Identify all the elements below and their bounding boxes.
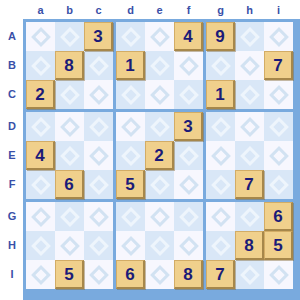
- cell-iG: 6: [264, 202, 293, 231]
- diamond-ornament: [179, 236, 199, 256]
- diamond-ornament: [60, 236, 80, 256]
- diamond-ornament: [150, 85, 170, 105]
- cell-gI: 7: [206, 260, 235, 289]
- diamond-ornament: [89, 146, 109, 166]
- box-7: 5: [26, 202, 113, 289]
- cell-fB[interactable]: [174, 51, 203, 80]
- diamond-ornament: [269, 27, 289, 47]
- cell-bI: 5: [55, 260, 84, 289]
- given-digit-hH: 8: [235, 231, 264, 260]
- box-9: 6857: [206, 202, 293, 289]
- given-digit-iB: 7: [264, 51, 293, 80]
- cell-aB[interactable]: [26, 51, 55, 80]
- row-label-E: E: [1, 141, 23, 170]
- diamond-ornament: [31, 175, 51, 195]
- cell-hB[interactable]: [235, 51, 264, 80]
- cell-dG[interactable]: [116, 202, 145, 231]
- cell-dI: 6: [116, 260, 145, 289]
- diamond-ornament: [211, 56, 231, 76]
- diamond-ornament: [89, 117, 109, 137]
- cell-iF[interactable]: [264, 170, 293, 199]
- given-digit-fI: 8: [174, 260, 203, 289]
- diamond-ornament: [179, 207, 199, 227]
- given-digit-hF: 7: [235, 170, 264, 199]
- cell-eH[interactable]: [145, 231, 174, 260]
- cell-aI[interactable]: [26, 260, 55, 289]
- diamond-ornament: [150, 175, 170, 195]
- box-5: 325: [116, 112, 203, 199]
- diamond-ornament: [150, 265, 170, 285]
- cell-hE[interactable]: [235, 141, 264, 170]
- diamond-ornament: [240, 117, 260, 137]
- cell-gA: 9: [206, 22, 235, 51]
- column-label-g: g: [206, 5, 235, 16]
- column-label-f: f: [174, 5, 203, 16]
- given-digit-eE: 2: [145, 141, 174, 170]
- column-label-d: d: [116, 5, 145, 16]
- cell-cG[interactable]: [84, 202, 113, 231]
- diamond-ornament: [240, 85, 260, 105]
- diamond-ornament: [121, 146, 141, 166]
- cell-iB: 7: [264, 51, 293, 80]
- diamond-ornament: [269, 175, 289, 195]
- label-group: ghi: [206, 5, 293, 16]
- diamond-ornament: [31, 265, 51, 285]
- cell-eF[interactable]: [145, 170, 174, 199]
- given-digit-gA: 9: [206, 22, 235, 51]
- row-label-A: A: [1, 22, 23, 51]
- cell-aE: 4: [26, 141, 55, 170]
- cell-iC[interactable]: [264, 80, 293, 109]
- cell-hA[interactable]: [235, 22, 264, 51]
- cell-dH[interactable]: [116, 231, 145, 260]
- diamond-ornament: [60, 146, 80, 166]
- cell-iH: 5: [264, 231, 293, 260]
- diamond-ornament: [89, 175, 109, 195]
- diamond-ornament: [89, 85, 109, 105]
- row-label-G: G: [1, 202, 23, 231]
- cell-hI[interactable]: [235, 260, 264, 289]
- diamond-ornament: [121, 207, 141, 227]
- sudoku-app: abcdefghi ABCDEFGHI 38241971463257568685…: [0, 0, 300, 300]
- diamond-ornament: [179, 175, 199, 195]
- row-label-D: D: [1, 112, 23, 141]
- cell-aD[interactable]: [26, 112, 55, 141]
- cell-gG[interactable]: [206, 202, 235, 231]
- column-label-h: h: [235, 5, 264, 16]
- cell-eE: 2: [145, 141, 174, 170]
- diamond-ornament: [211, 236, 231, 256]
- given-digit-iG: 6: [264, 202, 293, 231]
- given-digit-bI: 5: [55, 260, 84, 289]
- box-3: 971: [206, 22, 293, 109]
- diamond-ornament: [150, 207, 170, 227]
- cell-gH[interactable]: [206, 231, 235, 260]
- cell-cI[interactable]: [84, 260, 113, 289]
- diamond-ornament: [121, 27, 141, 47]
- cell-fA: 4: [174, 22, 203, 51]
- cell-aG[interactable]: [26, 202, 55, 231]
- cell-fD: 3: [174, 112, 203, 141]
- cell-dF: 5: [116, 170, 145, 199]
- cell-bF: 6: [55, 170, 84, 199]
- given-digit-gC: 1: [206, 80, 235, 109]
- cell-fI: 8: [174, 260, 203, 289]
- cell-cD[interactable]: [84, 112, 113, 141]
- given-digit-dB: 1: [116, 51, 145, 80]
- diamond-ornament: [31, 117, 51, 137]
- cell-gB[interactable]: [206, 51, 235, 80]
- cell-fF[interactable]: [174, 170, 203, 199]
- cell-cE[interactable]: [84, 141, 113, 170]
- diamond-ornament: [179, 85, 199, 105]
- cell-cA: 3: [84, 22, 113, 51]
- given-digit-fA: 4: [174, 22, 203, 51]
- cell-bB: 8: [55, 51, 84, 80]
- row-label-I: I: [1, 260, 23, 289]
- cell-hC[interactable]: [235, 80, 264, 109]
- diamond-ornament: [89, 265, 109, 285]
- cell-eC[interactable]: [145, 80, 174, 109]
- given-digit-gI: 7: [206, 260, 235, 289]
- cell-dC[interactable]: [116, 80, 145, 109]
- cell-aC: 2: [26, 80, 55, 109]
- cell-gE[interactable]: [206, 141, 235, 170]
- diamond-ornament: [150, 236, 170, 256]
- cell-dA[interactable]: [116, 22, 145, 51]
- diamond-ornament: [269, 265, 289, 285]
- diamond-ornament: [60, 85, 80, 105]
- diamond-ornament: [60, 27, 80, 47]
- diamond-ornament: [240, 207, 260, 227]
- diamond-ornament: [89, 56, 109, 76]
- box-4: 46: [26, 112, 113, 199]
- cell-gF[interactable]: [206, 170, 235, 199]
- diamond-ornament: [60, 117, 80, 137]
- cell-bE[interactable]: [55, 141, 84, 170]
- diamond-ornament: [240, 146, 260, 166]
- column-label-i: i: [264, 5, 293, 16]
- cell-cC[interactable]: [84, 80, 113, 109]
- cell-eG[interactable]: [145, 202, 174, 231]
- column-label-a: a: [26, 5, 55, 16]
- cell-cB[interactable]: [84, 51, 113, 80]
- cell-fH[interactable]: [174, 231, 203, 260]
- cell-gC: 1: [206, 80, 235, 109]
- diamond-ornament: [269, 117, 289, 137]
- corner-spacer: [1, 1, 23, 19]
- cell-aF[interactable]: [26, 170, 55, 199]
- cell-dB: 1: [116, 51, 145, 80]
- diamond-ornament: [211, 117, 231, 137]
- diamond-ornament: [211, 146, 231, 166]
- row-label-B: B: [1, 51, 23, 80]
- row-label-C: C: [1, 80, 23, 109]
- cell-fG[interactable]: [174, 202, 203, 231]
- label-group: GHI: [1, 202, 23, 289]
- label-group: abc: [26, 5, 113, 16]
- given-digit-dI: 6: [116, 260, 145, 289]
- column-labels: abcdefghi: [23, 1, 300, 19]
- diamond-ornament: [240, 265, 260, 285]
- cell-aA[interactable]: [26, 22, 55, 51]
- box-8: 68: [116, 202, 203, 289]
- cell-bD[interactable]: [55, 112, 84, 141]
- row-labels: ABCDEFGHI: [1, 19, 23, 300]
- cell-cF[interactable]: [84, 170, 113, 199]
- cell-eB[interactable]: [145, 51, 174, 80]
- row-label-F: F: [1, 170, 23, 199]
- row-label-H: H: [1, 231, 23, 260]
- cell-aH[interactable]: [26, 231, 55, 260]
- given-digit-iH: 5: [264, 231, 293, 260]
- diamond-ornament: [179, 146, 199, 166]
- diamond-ornament: [211, 207, 231, 227]
- box-1: 382: [26, 22, 113, 109]
- label-group: def: [116, 5, 203, 16]
- diamond-ornament: [269, 85, 289, 105]
- diamond-ornament: [269, 146, 289, 166]
- diamond-ornament: [240, 27, 260, 47]
- cell-eI[interactable]: [145, 260, 174, 289]
- diamond-ornament: [211, 175, 231, 195]
- cell-eD[interactable]: [145, 112, 174, 141]
- cell-iE[interactable]: [264, 141, 293, 170]
- label-group: ABC: [1, 22, 23, 109]
- diamond-ornament: [31, 207, 51, 227]
- cell-bC[interactable]: [55, 80, 84, 109]
- box-6: 7: [206, 112, 293, 199]
- cell-bH[interactable]: [55, 231, 84, 260]
- given-digit-aC: 2: [26, 80, 55, 109]
- label-group: DEF: [1, 112, 23, 199]
- given-digit-aE: 4: [26, 141, 55, 170]
- cell-gD[interactable]: [206, 112, 235, 141]
- cell-fC[interactable]: [174, 80, 203, 109]
- diamond-ornament: [121, 117, 141, 137]
- given-digit-cA: 3: [84, 22, 113, 51]
- diamond-ornament: [31, 236, 51, 256]
- box-2: 41: [116, 22, 203, 109]
- given-digit-bF: 6: [55, 170, 84, 199]
- given-digit-bB: 8: [55, 51, 84, 80]
- cell-hD[interactable]: [235, 112, 264, 141]
- diamond-ornament: [60, 207, 80, 227]
- diamond-ornament: [240, 56, 260, 76]
- diamond-ornament: [31, 27, 51, 47]
- diamond-ornament: [179, 56, 199, 76]
- sudoku-board: 382419714632575686857: [23, 19, 300, 300]
- cell-hH: 8: [235, 231, 264, 260]
- cell-iI[interactable]: [264, 260, 293, 289]
- cell-bG[interactable]: [55, 202, 84, 231]
- given-digit-fD: 3: [174, 112, 203, 141]
- diamond-ornament: [31, 56, 51, 76]
- cell-iA[interactable]: [264, 22, 293, 51]
- cell-bA[interactable]: [55, 22, 84, 51]
- diamond-ornament: [121, 236, 141, 256]
- column-label-e: e: [145, 5, 174, 16]
- diamond-ornament: [89, 207, 109, 227]
- cell-fE[interactable]: [174, 141, 203, 170]
- cell-dD[interactable]: [116, 112, 145, 141]
- diamond-ornament: [150, 117, 170, 137]
- cell-iD[interactable]: [264, 112, 293, 141]
- cell-eA[interactable]: [145, 22, 174, 51]
- cell-dE[interactable]: [116, 141, 145, 170]
- cell-hG[interactable]: [235, 202, 264, 231]
- cell-hF: 7: [235, 170, 264, 199]
- cell-cH[interactable]: [84, 231, 113, 260]
- diamond-ornament: [121, 85, 141, 105]
- column-label-c: c: [84, 5, 113, 16]
- column-label-b: b: [55, 5, 84, 16]
- given-digit-dF: 5: [116, 170, 145, 199]
- diamond-ornament: [89, 236, 109, 256]
- diamond-ornament: [150, 56, 170, 76]
- diamond-ornament: [150, 27, 170, 47]
